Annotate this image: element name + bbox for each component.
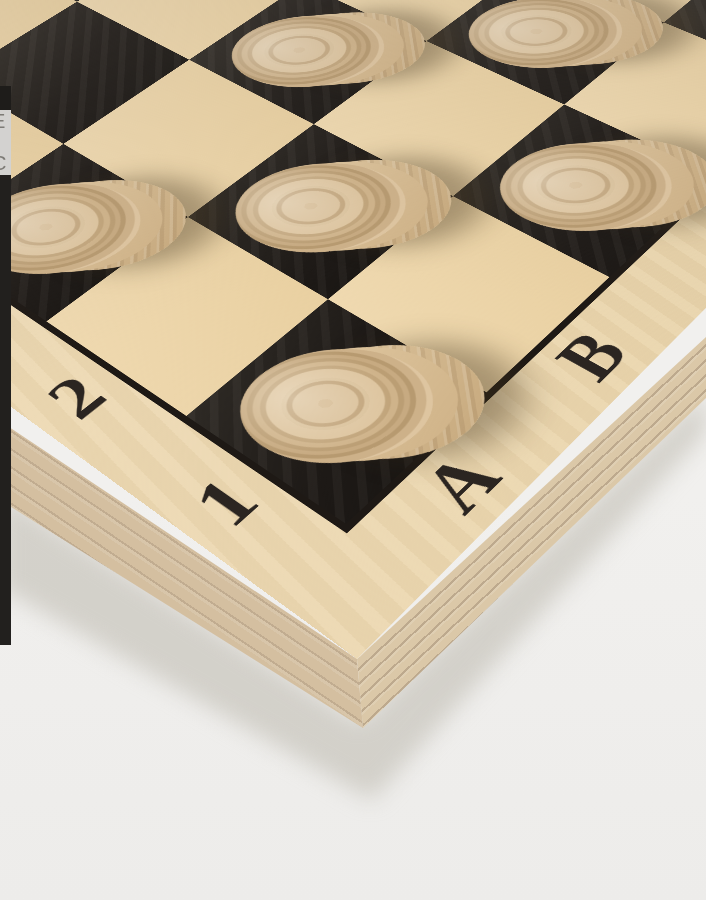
- left-edge-letter-1: C: [0, 152, 6, 175]
- board-tilt-wrapper: AB12: [0, 0, 706, 900]
- photo-scene: AB12 E C: [0, 0, 706, 900]
- board-perspective-wrapper: AB12: [0, 0, 706, 900]
- left-edge-object: E C: [0, 86, 11, 645]
- checkers-board: AB12: [0, 0, 706, 659]
- left-edge-letter-0: E: [0, 110, 5, 133]
